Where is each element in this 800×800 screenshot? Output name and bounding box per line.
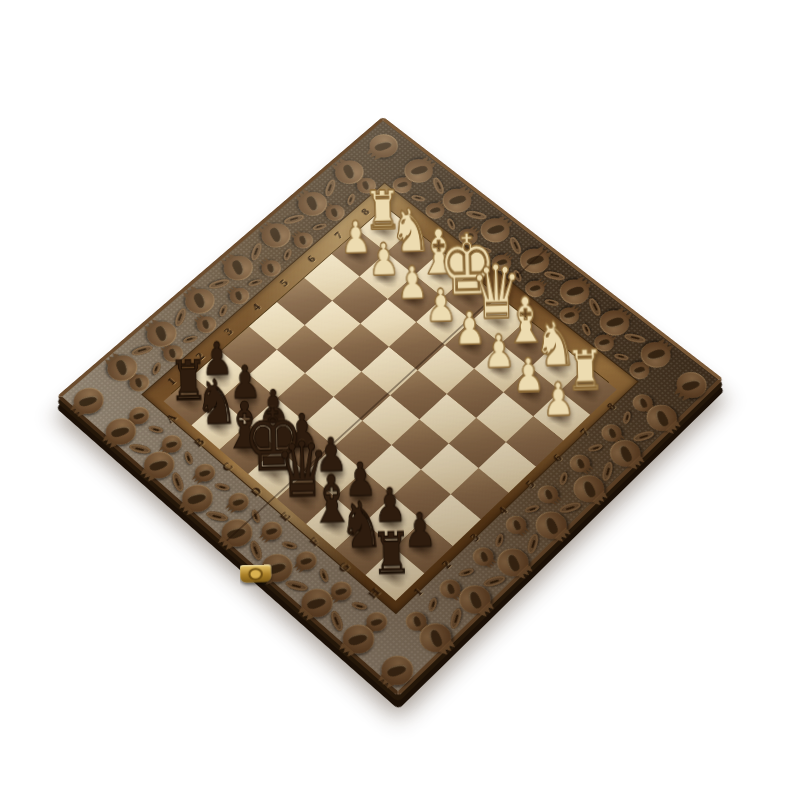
- leaf-ornament: [170, 471, 185, 492]
- leaf-ornament: [249, 539, 265, 561]
- pomegranate-ornament: [565, 450, 594, 475]
- leaf-ornament: [250, 242, 265, 261]
- pomegranate-ornament: [362, 608, 392, 635]
- leaf-ornament: [346, 193, 356, 206]
- pomegranate-ornament: [533, 481, 562, 507]
- pomegranate-ornament: [258, 518, 287, 544]
- leaf-ornament: [147, 425, 164, 434]
- leaf-ornament: [283, 213, 306, 226]
- leaf-ornament: [329, 610, 345, 633]
- leaf-ornament: [523, 504, 540, 515]
- leaf-ornament: [183, 450, 194, 465]
- leaf-ornament: [587, 443, 604, 453]
- chess-board-box: ♜♞♝♚♛♝♞♜♟♟♟♟♟♟♟♟♟♟♟♟♟♟♟♟♜♞♝♚♛♝♞♜ ABCDEFG…: [56, 116, 723, 696]
- pomegranate-ornament: [640, 400, 683, 437]
- leaf-ornament: [622, 410, 632, 424]
- pomegranate-ornament: [453, 580, 497, 620]
- leaf-ornament: [284, 579, 309, 593]
- pomegranate-ornament: [224, 488, 253, 514]
- leaf-ornament: [482, 574, 507, 589]
- leaf-ornament: [448, 607, 463, 630]
- pomegranate-ornament: [628, 390, 656, 415]
- pomegranate-ornament: [176, 480, 219, 519]
- leaf-ornament: [558, 500, 582, 515]
- leaf-ornament: [543, 270, 566, 282]
- leaf-ornament: [525, 533, 540, 555]
- leaf-ornament: [283, 248, 294, 261]
- leaf-ornament: [128, 442, 152, 455]
- pomegranate-ornament: [99, 413, 142, 450]
- leaf-ornament: [173, 307, 188, 327]
- leaf-ornament: [623, 332, 646, 344]
- pomegranate-ornament: [567, 470, 610, 508]
- pomegranate-ornament: [292, 547, 321, 573]
- leaf-ornament: [312, 222, 328, 231]
- leaf-ornament: [613, 352, 629, 361]
- leaf-ornament: [218, 304, 229, 318]
- leaf-ornament: [430, 176, 445, 195]
- leaf-ornament: [324, 179, 338, 198]
- leaf-ornament: [559, 471, 570, 486]
- pomegranate-ornament: [413, 617, 458, 658]
- leaf-ornament: [182, 334, 198, 344]
- pomegranate-ornament: [215, 514, 259, 553]
- leaf-ornament: [248, 278, 264, 288]
- leaf-ornament: [586, 297, 602, 317]
- leaf-ornament: [208, 278, 231, 291]
- leaf-ornament: [507, 236, 523, 255]
- pomegranate-ornament: [491, 543, 535, 583]
- pomegranate-ornament: [158, 431, 187, 456]
- leaf-ornament: [494, 533, 505, 548]
- leaf-ornament: [281, 541, 298, 551]
- leaf-ornament: [410, 194, 426, 202]
- leaf-ornament: [544, 298, 560, 307]
- leaf-ornament: [427, 597, 438, 613]
- leaf-ornament: [205, 509, 229, 522]
- leaf-ornament: [318, 568, 330, 583]
- pomegranate-ornament: [137, 446, 180, 484]
- leaf-ornament: [351, 601, 368, 611]
- leaf-ornament: [632, 429, 656, 443]
- pomegranate-ornament: [125, 403, 153, 428]
- leaf-ornament: [151, 362, 162, 376]
- pomegranate-ornament: [468, 543, 497, 569]
- pomegranate-ornament: [401, 608, 431, 635]
- brass-clasp-icon[interactable]: [240, 564, 272, 583]
- pomegranate-ornament: [327, 577, 357, 604]
- pomegranate-ornament: [191, 460, 220, 485]
- leaf-ornament: [512, 269, 524, 283]
- leaf-ornament: [600, 461, 614, 482]
- pomegranate-ornament: [604, 435, 647, 473]
- leaf-ornament: [445, 217, 456, 230]
- leaf-ornament: [476, 245, 492, 254]
- leaf-ornament: [130, 344, 153, 358]
- leaf-ornament: [581, 323, 593, 337]
- pomegranate-ornament: [435, 575, 465, 602]
- leaf-ornament: [250, 508, 262, 523]
- leaf-ornament: [213, 482, 230, 492]
- coordinate-frame: ♜♞♝♚♛♝♞♜♟♟♟♟♟♟♟♟♟♟♟♟♟♟♟♟♜♞♝♚♛♝♞♜ ABCDEFG…: [141, 182, 639, 614]
- pomegranate-ornament: [501, 512, 530, 538]
- pomegranate-ornament: [597, 420, 626, 445]
- pomegranate-ornament: [530, 506, 574, 545]
- leaf-ornament: [465, 210, 488, 222]
- photo-background: ♜♞♝♚♛♝♞♜♟♟♟♟♟♟♟♟♟♟♟♟♟♟♟♟♜♞♝♚♛♝♞♜ ABCDEFG…: [0, 0, 800, 800]
- leaf-ornament: [458, 567, 475, 578]
- pomegranate-ornament: [336, 619, 381, 660]
- pomegranate-ornament: [295, 583, 339, 623]
